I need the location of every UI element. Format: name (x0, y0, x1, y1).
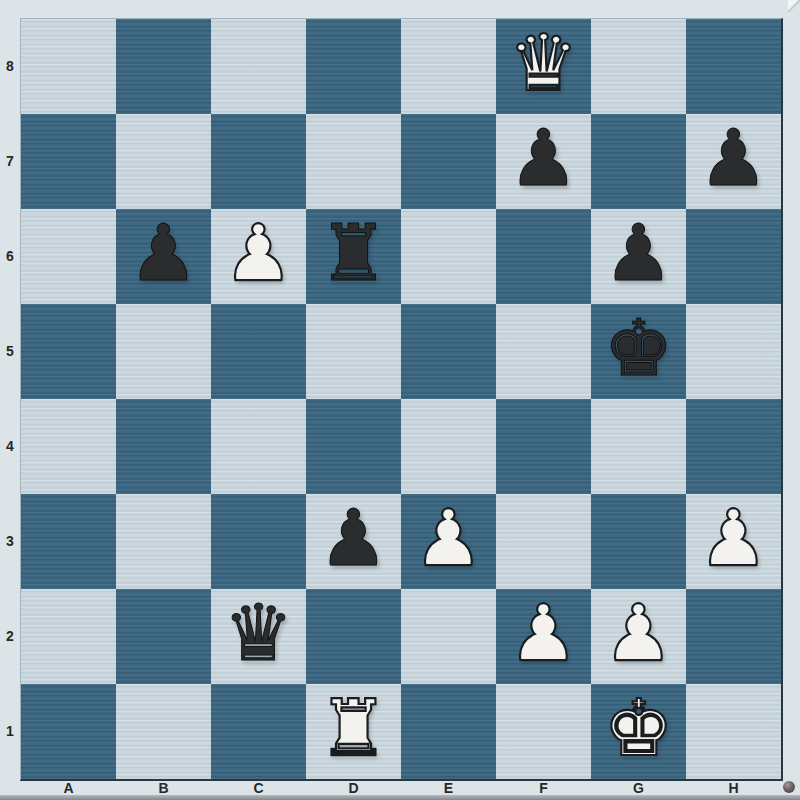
file-label-f: F (496, 780, 591, 796)
bottom-edge-strip (0, 795, 800, 800)
white-pawn[interactable]: ♟ (699, 491, 769, 586)
square-e4[interactable] (401, 399, 496, 494)
white-rook[interactable]: ♜ (319, 681, 389, 776)
square-g7[interactable] (591, 114, 686, 209)
black-king[interactable]: ♚ (604, 301, 674, 396)
black-pawn[interactable]: ♟ (509, 111, 579, 206)
white-pawn[interactable]: ♟ (604, 586, 674, 681)
square-f7[interactable]: ♟ (496, 114, 591, 209)
rank-label-4: 4 (0, 398, 20, 493)
file-labels: ABCDEFGH (21, 780, 781, 796)
square-b2[interactable] (116, 589, 211, 684)
square-a3[interactable] (21, 494, 116, 589)
square-c7[interactable] (211, 114, 306, 209)
square-g2[interactable]: ♟ (591, 589, 686, 684)
square-g6[interactable]: ♟ (591, 209, 686, 304)
rank-label-5: 5 (0, 303, 20, 398)
square-b5[interactable] (116, 304, 211, 399)
square-b7[interactable] (116, 114, 211, 209)
square-e8[interactable] (401, 19, 496, 114)
square-d3[interactable]: ♟ (306, 494, 401, 589)
file-label-b: B (116, 780, 211, 796)
square-h8[interactable] (686, 19, 781, 114)
square-e6[interactable] (401, 209, 496, 304)
file-label-g: G (591, 780, 686, 796)
black-pawn[interactable]: ♟ (129, 206, 199, 301)
square-h3[interactable]: ♟ (686, 494, 781, 589)
square-e3[interactable]: ♟ (401, 494, 496, 589)
square-d1[interactable]: ♜ (306, 684, 401, 779)
square-d8[interactable] (306, 19, 401, 114)
file-label-a: A (21, 780, 116, 796)
black-rook[interactable]: ♜ (319, 206, 389, 301)
corner-notch-icon (788, 0, 800, 12)
white-king[interactable]: ♚ (604, 681, 674, 776)
corner-dot (783, 781, 795, 793)
square-f4[interactable] (496, 399, 591, 494)
file-label-c: C (211, 780, 306, 796)
rank-label-6: 6 (0, 208, 20, 303)
square-b4[interactable] (116, 399, 211, 494)
file-label-h: H (686, 780, 781, 796)
square-h7[interactable]: ♟ (686, 114, 781, 209)
white-queen[interactable]: ♛ (509, 16, 579, 111)
square-e2[interactable] (401, 589, 496, 684)
square-c6[interactable]: ♟ (211, 209, 306, 304)
square-d4[interactable] (306, 399, 401, 494)
square-e1[interactable] (401, 684, 496, 779)
square-c1[interactable] (211, 684, 306, 779)
square-a1[interactable] (21, 684, 116, 779)
square-a4[interactable] (21, 399, 116, 494)
square-e5[interactable] (401, 304, 496, 399)
square-a7[interactable] (21, 114, 116, 209)
square-h2[interactable] (686, 589, 781, 684)
square-b8[interactable] (116, 19, 211, 114)
square-h1[interactable] (686, 684, 781, 779)
square-c4[interactable] (211, 399, 306, 494)
file-label-e: E (401, 780, 496, 796)
black-pawn[interactable]: ♟ (699, 111, 769, 206)
square-c8[interactable] (211, 19, 306, 114)
white-pawn[interactable]: ♟ (224, 206, 294, 301)
square-b3[interactable] (116, 494, 211, 589)
black-pawn[interactable]: ♟ (319, 491, 389, 586)
square-b1[interactable] (116, 684, 211, 779)
square-f2[interactable]: ♟ (496, 589, 591, 684)
black-pawn[interactable]: ♟ (604, 206, 674, 301)
rank-label-1: 1 (0, 683, 20, 778)
square-d7[interactable] (306, 114, 401, 209)
square-f5[interactable] (496, 304, 591, 399)
square-a5[interactable] (21, 304, 116, 399)
square-f3[interactable] (496, 494, 591, 589)
square-g4[interactable] (591, 399, 686, 494)
file-label-d: D (306, 780, 401, 796)
square-d6[interactable]: ♜ (306, 209, 401, 304)
rank-label-7: 7 (0, 113, 20, 208)
square-e7[interactable] (401, 114, 496, 209)
white-pawn[interactable]: ♟ (509, 586, 579, 681)
white-pawn[interactable]: ♟ (414, 491, 484, 586)
rank-label-8: 8 (0, 18, 20, 113)
square-f8[interactable]: ♛ (496, 19, 591, 114)
black-queen[interactable]: ♛ (224, 586, 294, 681)
square-f6[interactable] (496, 209, 591, 304)
square-a2[interactable] (21, 589, 116, 684)
square-d5[interactable] (306, 304, 401, 399)
square-h6[interactable] (686, 209, 781, 304)
square-c5[interactable] (211, 304, 306, 399)
square-c3[interactable] (211, 494, 306, 589)
square-b6[interactable]: ♟ (116, 209, 211, 304)
chess-board[interactable]: ♛♟♟♟♟♜♟♚♟♟♟♛♟♟♜♚ (20, 18, 783, 781)
square-g5[interactable]: ♚ (591, 304, 686, 399)
square-f1[interactable] (496, 684, 591, 779)
rank-labels: 87654321 (0, 18, 20, 778)
square-h5[interactable] (686, 304, 781, 399)
square-g1[interactable]: ♚ (591, 684, 686, 779)
square-a6[interactable] (21, 209, 116, 304)
square-g8[interactable] (591, 19, 686, 114)
square-d2[interactable] (306, 589, 401, 684)
square-c2[interactable]: ♛ (211, 589, 306, 684)
page: 87654321 ♛♟♟♟♟♜♟♚♟♟♟♛♟♟♜♚ ABCDEFGH (0, 0, 800, 800)
square-g3[interactable] (591, 494, 686, 589)
square-h4[interactable] (686, 399, 781, 494)
square-a8[interactable] (21, 19, 116, 114)
rank-label-2: 2 (0, 588, 20, 683)
rank-label-3: 3 (0, 493, 20, 588)
